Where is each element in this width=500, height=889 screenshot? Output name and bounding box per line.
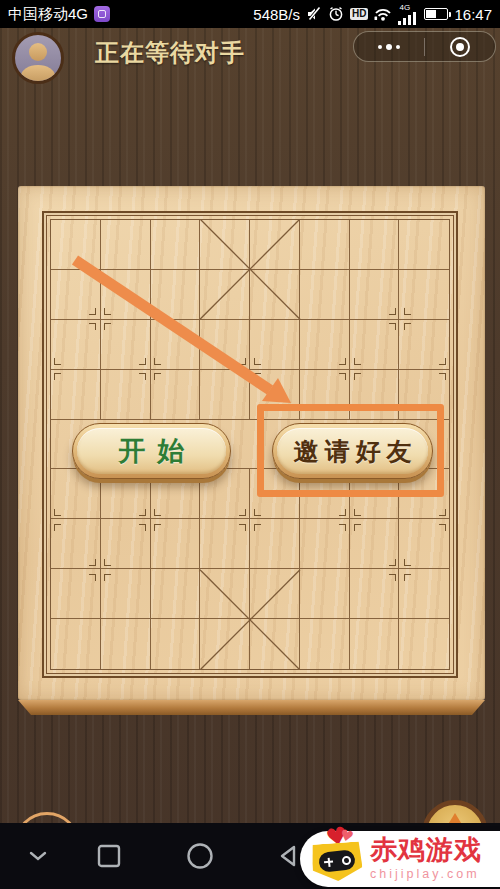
watermark-name: 赤鸡游戏 [370, 837, 482, 864]
exit-miniprogram-button[interactable] [425, 32, 495, 61]
time-label: 16:47 [454, 6, 492, 23]
wifi-icon [374, 7, 392, 21]
highlight-box [257, 404, 444, 497]
home-circle-icon[interactable] [186, 842, 214, 870]
board-edge-bevel [18, 700, 485, 715]
app-notification-icon [94, 6, 110, 22]
opponent-avatar [12, 32, 64, 84]
screen: 中国移动4G 548B/s HD [0, 0, 500, 889]
recents-square-icon[interactable] [97, 844, 121, 868]
start-button[interactable]: 开始 [72, 423, 231, 479]
alarm-clock-icon [328, 6, 344, 22]
exit-circle-icon [450, 37, 470, 57]
watermark-site: chijiplay.com [370, 868, 482, 881]
battery-icon [424, 8, 448, 20]
signal-strength-icon: 4G [398, 4, 418, 25]
hide-navbar-chevron-icon[interactable] [28, 850, 48, 862]
page-title: 正在等待对手 [95, 37, 245, 69]
watermark-logo: ♥ ♥ [312, 837, 362, 881]
more-options-icon [378, 44, 400, 50]
mute-icon [306, 6, 322, 22]
back-triangle-icon[interactable] [278, 844, 298, 868]
hd-icon: HD [350, 8, 368, 20]
miniprogram-capsule [353, 31, 496, 62]
carrier-label: 中国移动4G [8, 5, 88, 24]
more-options-button[interactable] [354, 32, 424, 61]
status-bar: 中国移动4G 548B/s HD [0, 0, 500, 28]
watermark: ♥ ♥ 赤鸡游戏 chijiplay.com [300, 831, 500, 887]
start-button-label: 开始 [107, 433, 197, 469]
net-speed-label: 548B/s [253, 6, 300, 23]
